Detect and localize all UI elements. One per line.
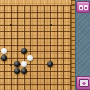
stone-black: [14, 61, 20, 67]
stone-white: [1, 48, 7, 54]
grid-line-horizontal: [0, 18, 71, 19]
grid-line-horizontal: [0, 51, 71, 52]
stone-white: [27, 55, 33, 61]
stone-black: [14, 68, 20, 74]
stone-white: [21, 61, 27, 67]
top-panel-button[interactable]: [76, 1, 90, 13]
stone-black: [21, 48, 27, 54]
grid-line-horizontal: [0, 71, 71, 72]
grid-line-horizontal: [0, 84, 71, 85]
grid-line-horizontal: [0, 31, 71, 32]
monitor-icon: [79, 79, 89, 87]
bottom-panel-button[interactable]: [76, 76, 90, 90]
star-point: [10, 64, 12, 66]
go-board[interactable]: [0, 0, 71, 90]
go-app-screen: [0, 0, 90, 90]
star-point: [50, 24, 52, 26]
grid-line-horizontal: [0, 12, 71, 13]
stone-black: [21, 68, 27, 74]
window-icon: [79, 5, 83, 10]
stone-black: [1, 55, 7, 61]
grid-line-horizontal: [0, 78, 71, 79]
window-icon-2: [84, 5, 88, 10]
grid-line-horizontal: [0, 38, 71, 39]
grid-line-horizontal: [0, 45, 71, 46]
grid-line-horizontal: [0, 58, 71, 59]
grid-line-horizontal: [0, 5, 71, 6]
side-panel: [75, 0, 90, 90]
stone-black: [47, 61, 53, 67]
star-point: [10, 24, 12, 26]
